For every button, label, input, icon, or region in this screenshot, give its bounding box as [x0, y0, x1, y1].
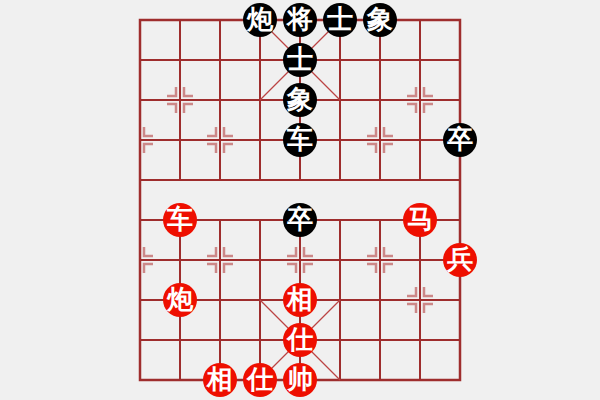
piece-black-advisor[interactable]: 士: [283, 43, 317, 77]
piece-red-general[interactable]: 帅: [283, 363, 317, 397]
piece-black-general[interactable]: 将: [283, 3, 317, 37]
piece-black-soldier[interactable]: 卒: [283, 203, 317, 237]
piece-red-elephant[interactable]: 相: [283, 283, 317, 317]
xiangqi-board: 炮将士象士象车卒卒车马兵炮相仕相仕帅: [0, 0, 600, 400]
piece-red-chariot[interactable]: 车: [163, 203, 197, 237]
piece-black-soldier[interactable]: 卒: [443, 123, 477, 157]
pieces-layer: 炮将士象士象车卒卒车马兵炮相仕相仕帅: [0, 0, 600, 400]
piece-red-cannon[interactable]: 炮: [163, 283, 197, 317]
piece-red-advisor[interactable]: 仕: [283, 323, 317, 357]
piece-black-chariot[interactable]: 车: [283, 123, 317, 157]
piece-black-elephant[interactable]: 象: [363, 3, 397, 37]
piece-black-elephant[interactable]: 象: [283, 83, 317, 117]
piece-red-soldier[interactable]: 兵: [443, 243, 477, 277]
piece-red-elephant[interactable]: 相: [203, 363, 237, 397]
piece-red-horse[interactable]: 马: [403, 203, 437, 237]
piece-black-cannon[interactable]: 炮: [243, 3, 277, 37]
piece-black-advisor[interactable]: 士: [323, 3, 357, 37]
piece-red-advisor[interactable]: 仕: [243, 363, 277, 397]
